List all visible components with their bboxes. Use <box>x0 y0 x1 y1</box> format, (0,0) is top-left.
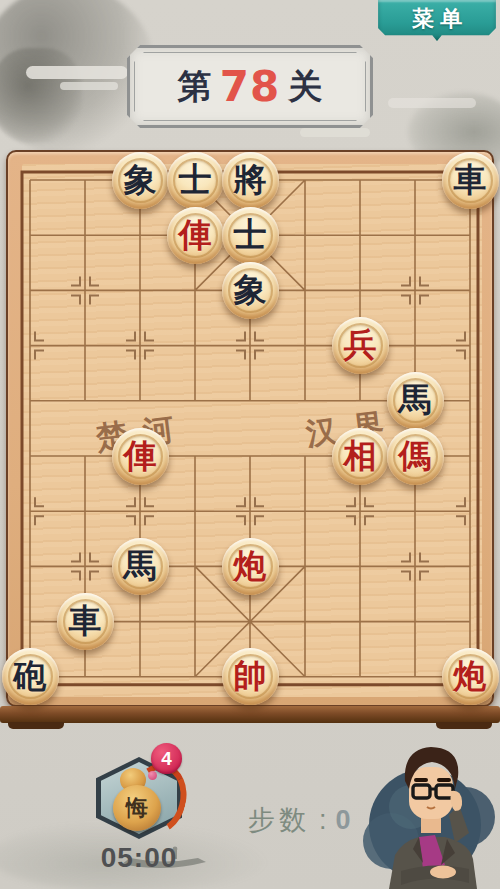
piece-char: 象 <box>234 273 267 306</box>
level-number: 78 <box>220 62 280 111</box>
piece-red-elephant[interactable]: 相 <box>332 428 389 485</box>
advisor-avatar-image <box>363 745 500 889</box>
piece-char: 士 <box>179 163 212 196</box>
undo-count-badge: 4 <box>151 743 182 774</box>
steps-separator: : <box>319 805 327 836</box>
piece-black-elephant[interactable]: 象 <box>112 152 169 209</box>
level-prefix: 第 <box>178 64 212 110</box>
piece-char: 馬 <box>399 383 432 416</box>
piece-red-soldier[interactable]: 兵 <box>332 317 389 374</box>
piece-red-chariot[interactable]: 俥 <box>112 428 169 485</box>
piece-black-chariot[interactable]: 車 <box>442 152 499 209</box>
game-screen: 菜单 第 78 关 楚河 汉界 象士將車俥士象兵馬俥相傌馬炮車砲帥炮 悔 4 0… <box>0 0 500 889</box>
piece-char: 將 <box>234 163 267 196</box>
undo-button[interactable]: 悔 4 <box>96 757 182 839</box>
piece-black-chariot[interactable]: 車 <box>57 593 114 650</box>
piece-char: 車 <box>454 163 487 196</box>
piece-black-general[interactable]: 將 <box>222 152 279 209</box>
menu-button[interactable]: 菜单 <box>378 0 496 41</box>
level-suffix: 关 <box>288 64 322 110</box>
piece-black-horse[interactable]: 馬 <box>387 372 444 429</box>
piece-red-cannon[interactable]: 炮 <box>442 648 499 705</box>
piece-black-elephant[interactable]: 象 <box>222 262 279 319</box>
cloud-decor <box>26 66 128 79</box>
piece-black-advisor[interactable]: 士 <box>167 152 224 209</box>
piece-char: 象 <box>124 163 157 196</box>
piece-char: 砲 <box>14 659 47 692</box>
countdown-timer: 05:00 <box>76 842 202 874</box>
piece-char: 炮 <box>234 549 267 582</box>
undo-char: 悔 <box>126 793 148 823</box>
ink-trees-decor <box>0 48 82 143</box>
piece-char: 兵 <box>344 328 377 361</box>
board-foot <box>436 722 492 729</box>
piece-char: 馬 <box>124 549 157 582</box>
cloud-decor <box>300 128 370 137</box>
piece-char: 帥 <box>234 659 267 692</box>
steps-value: 0 <box>336 805 351 836</box>
piece-black-horse[interactable]: 馬 <box>112 538 169 595</box>
advisor-avatar <box>363 745 500 889</box>
level-plaque: 第 78 关 <box>127 45 373 128</box>
cloud-decor <box>388 98 476 108</box>
board-base <box>0 706 500 723</box>
piece-red-cannon[interactable]: 炮 <box>222 538 279 595</box>
board-foot <box>8 722 64 729</box>
piece-char: 相 <box>344 439 377 472</box>
cloud-decor <box>60 82 118 90</box>
piece-char: 車 <box>69 604 102 637</box>
piece-char: 俥 <box>179 218 212 251</box>
piece-black-advisor[interactable]: 士 <box>222 207 279 264</box>
piece-char: 士 <box>234 218 267 251</box>
piece-char: 傌 <box>399 439 432 472</box>
piece-red-general[interactable]: 帥 <box>222 648 279 705</box>
piece-char: 炮 <box>454 659 487 692</box>
gourd-icon: 悔 <box>113 785 161 831</box>
piece-char: 俥 <box>124 439 157 472</box>
level-title: 第 78 关 <box>134 52 366 121</box>
steps-counter: 步数 : 0 <box>248 802 351 838</box>
steps-label: 步数 <box>248 802 310 838</box>
piece-black-cannon[interactable]: 砲 <box>2 648 59 705</box>
piece-red-chariot[interactable]: 俥 <box>167 207 224 264</box>
menu-label: 菜单 <box>406 4 468 34</box>
gourd-bead-icon <box>148 771 157 780</box>
piece-red-horse[interactable]: 傌 <box>387 428 444 485</box>
